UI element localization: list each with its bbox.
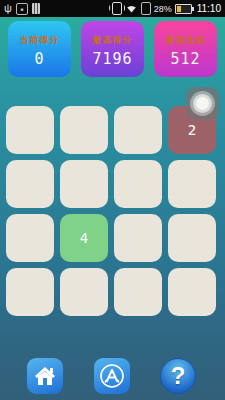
best-score-value: 7196 [92, 50, 132, 68]
clock-text: 11:10 [197, 3, 221, 14]
best-tile-label: 最高合成 [166, 34, 206, 47]
tile-r2c3 [114, 160, 162, 208]
battery-percent-text: 28% [154, 4, 172, 14]
tile-r4c3 [114, 268, 162, 316]
sim-card-icon [32, 3, 40, 14]
best-tile-value: 512 [170, 50, 200, 68]
app-store-icon [97, 361, 127, 391]
tile-r2c2 [60, 160, 108, 208]
current-score-value: 0 [34, 50, 44, 68]
game-screen: 当前得分 0 最高得分 7196 最高合成 512 24 [0, 17, 225, 400]
assistive-touch-dot [196, 97, 209, 110]
board[interactable]: 24 [6, 106, 217, 316]
assistive-touch-ring-inner [193, 94, 212, 113]
current-score-label: 当前得分 [20, 34, 60, 47]
tile-r3c3 [114, 214, 162, 262]
usb-icon: ψ [4, 3, 12, 14]
tile-r4c4 [168, 268, 216, 316]
assistive-touch-button[interactable] [186, 87, 219, 120]
tile-r1c3 [114, 106, 162, 154]
scoreboard: 当前得分 0 最高得分 7196 最高合成 512 [8, 21, 217, 77]
phone-screen: ψ ■ 28% 11:10 当前得分 0 最高得分 7196 [0, 0, 225, 400]
device-status-icon [141, 2, 151, 15]
home-button[interactable] [27, 358, 63, 394]
vibrate-icon [112, 2, 122, 15]
best-score-label: 最高得分 [93, 34, 133, 47]
tile-r1c2 [60, 106, 108, 154]
wifi-icon [125, 3, 138, 14]
status-right-icons: 28% 11:10 [112, 2, 225, 15]
tile-r4c2 [60, 268, 108, 316]
tile-r3c1 [6, 214, 54, 262]
status-left-icons: ψ ■ [0, 3, 40, 15]
current-score-card: 当前得分 0 [8, 21, 71, 77]
home-icon [33, 364, 57, 388]
tile-r3c4 [168, 214, 216, 262]
app-notification-icon: ■ [16, 3, 28, 15]
tile-r1c1 [6, 106, 54, 154]
question-mark-icon: ? [171, 364, 186, 388]
tile-r4c1 [6, 268, 54, 316]
best-tile-card: 最高合成 512 [154, 21, 217, 77]
status-bar: ψ ■ 28% 11:10 [0, 0, 225, 17]
battery-icon [175, 4, 192, 14]
tile-r3c2: 4 [60, 214, 108, 262]
assistive-touch-ring-outer [190, 91, 215, 116]
tile-r2c4 [168, 160, 216, 208]
app-store-button[interactable] [94, 358, 130, 394]
tile-r2c1 [6, 160, 54, 208]
best-score-card: 最高得分 7196 [81, 21, 144, 77]
help-button[interactable]: ? [160, 358, 196, 394]
